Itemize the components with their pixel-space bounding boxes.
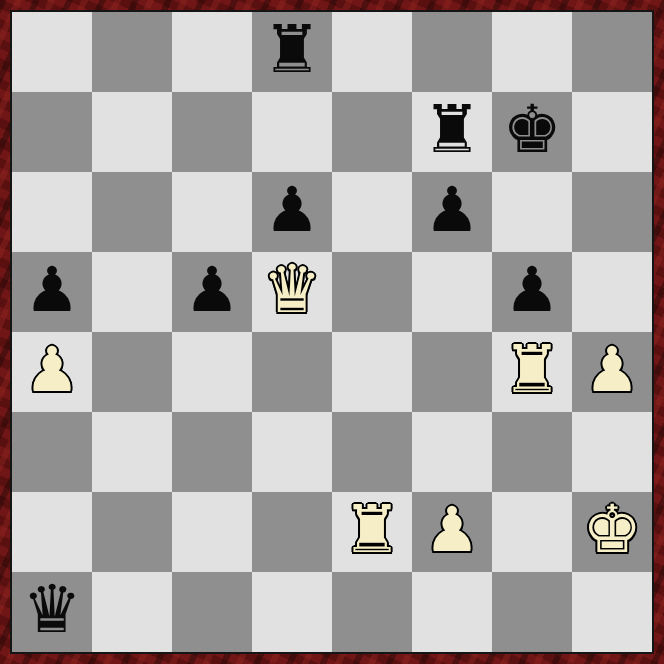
board-frame: ♜♜♚♟♟♟♟♛♟♟♜♟♜♟♚♛ [0,0,664,664]
square-f8[interactable] [412,12,492,92]
square-d6[interactable]: ♟ [252,172,332,252]
square-h5[interactable] [572,252,652,332]
white-pawn[interactable]: ♟ [584,339,640,401]
square-b7[interactable] [92,92,172,172]
square-d5[interactable]: ♛ [252,252,332,332]
square-e4[interactable] [332,332,412,412]
square-h4[interactable]: ♟ [572,332,652,412]
square-e5[interactable] [332,252,412,332]
square-c3[interactable] [172,412,252,492]
square-b1[interactable] [92,572,172,652]
square-g6[interactable] [492,172,572,252]
square-e8[interactable] [332,12,412,92]
black-pawn[interactable]: ♟ [424,179,480,241]
square-g8[interactable] [492,12,572,92]
square-f2[interactable]: ♟ [412,492,492,572]
white-queen[interactable]: ♛ [262,257,321,323]
square-e1[interactable] [332,572,412,652]
square-f5[interactable] [412,252,492,332]
square-f4[interactable] [412,332,492,412]
square-f1[interactable] [412,572,492,652]
square-a4[interactable]: ♟ [12,332,92,412]
square-g3[interactable] [492,412,572,492]
black-queen[interactable]: ♛ [22,577,81,643]
square-h3[interactable] [572,412,652,492]
square-e6[interactable] [332,172,412,252]
square-d1[interactable] [252,572,332,652]
square-a7[interactable] [12,92,92,172]
black-pawn[interactable]: ♟ [264,179,320,241]
square-g1[interactable] [492,572,572,652]
square-h6[interactable] [572,172,652,252]
black-pawn[interactable]: ♟ [504,259,560,321]
square-b4[interactable] [92,332,172,412]
square-c6[interactable] [172,172,252,252]
white-pawn[interactable]: ♟ [424,499,480,561]
white-rook[interactable]: ♜ [502,337,561,403]
black-pawn[interactable]: ♟ [24,259,80,321]
square-a6[interactable] [12,172,92,252]
square-a3[interactable] [12,412,92,492]
square-d8[interactable]: ♜ [252,12,332,92]
white-king[interactable]: ♚ [582,497,641,563]
black-king[interactable]: ♚ [502,97,561,163]
square-b6[interactable] [92,172,172,252]
square-a8[interactable] [12,12,92,92]
chess-board: ♜♜♚♟♟♟♟♛♟♟♜♟♜♟♚♛ [10,10,654,654]
square-e3[interactable] [332,412,412,492]
square-h2[interactable]: ♚ [572,492,652,572]
square-a1[interactable]: ♛ [12,572,92,652]
square-g7[interactable]: ♚ [492,92,572,172]
black-rook[interactable]: ♜ [422,97,481,163]
white-pawn[interactable]: ♟ [24,339,80,401]
square-b5[interactable] [92,252,172,332]
square-d2[interactable] [252,492,332,572]
square-h1[interactable] [572,572,652,652]
square-h8[interactable] [572,12,652,92]
square-g4[interactable]: ♜ [492,332,572,412]
square-e7[interactable] [332,92,412,172]
square-f3[interactable] [412,412,492,492]
black-pawn[interactable]: ♟ [184,259,240,321]
square-a2[interactable] [12,492,92,572]
square-c5[interactable]: ♟ [172,252,252,332]
square-e2[interactable]: ♜ [332,492,412,572]
square-a5[interactable]: ♟ [12,252,92,332]
white-rook[interactable]: ♜ [342,497,401,563]
square-g2[interactable] [492,492,572,572]
square-b2[interactable] [92,492,172,572]
square-c2[interactable] [172,492,252,572]
square-h7[interactable] [572,92,652,172]
square-c7[interactable] [172,92,252,172]
square-d4[interactable] [252,332,332,412]
square-c4[interactable] [172,332,252,412]
square-f6[interactable]: ♟ [412,172,492,252]
square-f7[interactable]: ♜ [412,92,492,172]
square-d3[interactable] [252,412,332,492]
square-b8[interactable] [92,12,172,92]
square-g5[interactable]: ♟ [492,252,572,332]
square-c8[interactable] [172,12,252,92]
square-d7[interactable] [252,92,332,172]
square-c1[interactable] [172,572,252,652]
black-rook[interactable]: ♜ [262,17,321,83]
square-b3[interactable] [92,412,172,492]
